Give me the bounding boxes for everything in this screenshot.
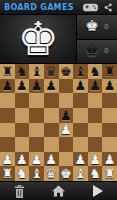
square-c6[interactable] bbox=[29, 93, 44, 108]
square-a1[interactable]: ♜ bbox=[0, 166, 15, 181]
white-knight: ♞ bbox=[89, 167, 101, 180]
white-pawn: ♟ bbox=[89, 153, 101, 166]
black-pawn: ♟ bbox=[75, 79, 87, 92]
square-h3[interactable] bbox=[102, 137, 117, 152]
square-a2[interactable]: ♟ bbox=[0, 152, 15, 167]
square-h2[interactable]: ♟ bbox=[102, 152, 117, 167]
square-g8[interactable]: ♞ bbox=[88, 64, 103, 79]
square-f2[interactable]: ♟ bbox=[73, 152, 88, 167]
black-king: ♚ bbox=[60, 65, 72, 78]
black-pawn: ♟ bbox=[89, 79, 101, 92]
player-panels: ♚ 0 ♚ 0 bbox=[77, 15, 117, 63]
play-icon bbox=[93, 185, 103, 197]
square-a6[interactable] bbox=[0, 93, 15, 108]
white-pawn: ♟ bbox=[31, 153, 43, 166]
chess-board: ♜♞♝♛♚♝♞♜♟♟♟♟♟♟♟♟♟♟♟♟♟♟♟♟♜♞♝♛♚♝♞♜ bbox=[0, 63, 117, 181]
square-g1[interactable]: ♞ bbox=[88, 166, 103, 181]
square-c1[interactable]: ♝ bbox=[29, 166, 44, 181]
white-pawn: ♟ bbox=[16, 153, 28, 166]
square-e1[interactable]: ♚ bbox=[59, 166, 74, 181]
black-pawn: ♟ bbox=[104, 79, 116, 92]
square-f4[interactable] bbox=[73, 123, 88, 138]
white-bishop: ♝ bbox=[75, 167, 87, 180]
black-pawn: ♟ bbox=[31, 79, 43, 92]
white-pawn: ♟ bbox=[45, 153, 57, 166]
square-d1[interactable]: ♛ bbox=[44, 166, 59, 181]
white-pawn: ♟ bbox=[1, 153, 13, 166]
black-bishop: ♝ bbox=[75, 65, 87, 78]
square-b3[interactable] bbox=[15, 137, 30, 152]
square-c7[interactable]: ♟ bbox=[29, 79, 44, 94]
square-c2[interactable]: ♟ bbox=[29, 152, 44, 167]
black-pawn: ♟ bbox=[16, 79, 28, 92]
square-e5[interactable]: ♟ bbox=[59, 108, 74, 123]
square-h5[interactable] bbox=[102, 108, 117, 123]
black-king-icon: ♚ bbox=[86, 44, 99, 59]
square-c3[interactable] bbox=[29, 137, 44, 152]
square-h1[interactable]: ♜ bbox=[102, 166, 117, 181]
square-d4[interactable] bbox=[44, 123, 59, 138]
square-a7[interactable]: ♟ bbox=[0, 79, 15, 94]
square-g3[interactable] bbox=[88, 137, 103, 152]
square-a5[interactable] bbox=[0, 108, 15, 123]
black-knight: ♞ bbox=[89, 65, 101, 78]
white-pawn: ♟ bbox=[75, 153, 87, 166]
square-a8[interactable]: ♜ bbox=[0, 64, 15, 79]
white-king-large: ♚ bbox=[17, 15, 58, 63]
black-rook: ♜ bbox=[104, 65, 116, 78]
square-h7[interactable]: ♟ bbox=[102, 79, 117, 94]
square-d5[interactable] bbox=[44, 108, 59, 123]
square-f3[interactable] bbox=[73, 137, 88, 152]
square-f1[interactable]: ♝ bbox=[73, 166, 88, 181]
square-a3[interactable] bbox=[0, 137, 15, 152]
black-knight: ♞ bbox=[16, 65, 28, 78]
square-f8[interactable]: ♝ bbox=[73, 64, 88, 79]
share-icon[interactable] bbox=[104, 3, 113, 12]
square-e8[interactable]: ♚ bbox=[59, 64, 74, 79]
white-queen: ♛ bbox=[45, 167, 57, 180]
black-bishop: ♝ bbox=[31, 65, 43, 78]
white-player-panel: ♚ 0 bbox=[77, 15, 117, 39]
square-g2[interactable]: ♟ bbox=[88, 152, 103, 167]
black-pawn: ♟ bbox=[60, 109, 72, 122]
square-b7[interactable]: ♟ bbox=[15, 79, 30, 94]
square-g5[interactable] bbox=[88, 108, 103, 123]
square-e6[interactable] bbox=[59, 93, 74, 108]
square-e3[interactable] bbox=[59, 137, 74, 152]
square-c5[interactable] bbox=[29, 108, 44, 123]
square-h4[interactable] bbox=[102, 123, 117, 138]
white-king-icon: ♚ bbox=[86, 19, 99, 34]
trash-icon bbox=[14, 185, 25, 198]
square-e4[interactable]: ♟ bbox=[59, 123, 74, 138]
play-button[interactable] bbox=[93, 185, 103, 197]
square-h6[interactable] bbox=[102, 93, 117, 108]
white-king: ♚ bbox=[60, 167, 72, 180]
white-bishop: ♝ bbox=[31, 167, 43, 180]
black-rook: ♜ bbox=[1, 65, 13, 78]
square-f5[interactable] bbox=[73, 108, 88, 123]
white-rook: ♜ bbox=[1, 167, 13, 180]
square-b4[interactable] bbox=[15, 123, 30, 138]
square-b1[interactable]: ♞ bbox=[15, 166, 30, 181]
delete-button[interactable] bbox=[14, 185, 25, 198]
square-d8[interactable]: ♛ bbox=[44, 64, 59, 79]
app-title: BOARD GAMES bbox=[4, 3, 77, 12]
square-a4[interactable] bbox=[0, 123, 15, 138]
square-c8[interactable]: ♝ bbox=[29, 64, 44, 79]
square-h8[interactable]: ♜ bbox=[102, 64, 117, 79]
black-queen: ♛ bbox=[45, 65, 57, 78]
square-b8[interactable]: ♞ bbox=[15, 64, 30, 79]
toolbar bbox=[0, 181, 117, 200]
square-g7[interactable]: ♟ bbox=[88, 79, 103, 94]
white-pawn: ♟ bbox=[104, 153, 116, 166]
square-b2[interactable]: ♟ bbox=[15, 152, 30, 167]
square-d2[interactable]: ♟ bbox=[44, 152, 59, 167]
square-b6[interactable] bbox=[15, 93, 30, 108]
black-pawn: ♟ bbox=[1, 79, 13, 92]
square-e2[interactable] bbox=[59, 152, 74, 167]
black-pawn: ♟ bbox=[45, 79, 57, 92]
selected-piece-panel: ♚ bbox=[0, 15, 76, 63]
square-c4[interactable] bbox=[29, 123, 44, 138]
white-rook: ♜ bbox=[104, 167, 116, 180]
square-b5[interactable] bbox=[15, 108, 30, 123]
white-count: 0 bbox=[104, 23, 108, 31]
white-knight: ♞ bbox=[16, 167, 28, 180]
gamepad-icon[interactable] bbox=[83, 3, 98, 12]
piece-panels: ♚ ♚ 0 ♚ 0 bbox=[0, 15, 117, 63]
black-count: 0 bbox=[104, 47, 108, 55]
square-d6[interactable] bbox=[44, 93, 59, 108]
square-f7[interactable]: ♟ bbox=[73, 79, 88, 94]
title-bar: BOARD GAMES bbox=[0, 0, 117, 15]
white-pawn: ♟ bbox=[60, 123, 72, 136]
board-games-app: BOARD GAMES ♚ ♚ 0 bbox=[0, 0, 117, 200]
square-e7[interactable] bbox=[59, 79, 74, 94]
square-d7[interactable]: ♟ bbox=[44, 79, 59, 94]
square-g6[interactable] bbox=[88, 93, 103, 108]
black-player-panel: ♚ 0 bbox=[77, 40, 117, 64]
home-button[interactable] bbox=[52, 185, 65, 197]
square-g4[interactable] bbox=[88, 123, 103, 138]
square-d3[interactable] bbox=[44, 137, 59, 152]
home-icon bbox=[52, 185, 65, 197]
square-f6[interactable] bbox=[73, 93, 88, 108]
